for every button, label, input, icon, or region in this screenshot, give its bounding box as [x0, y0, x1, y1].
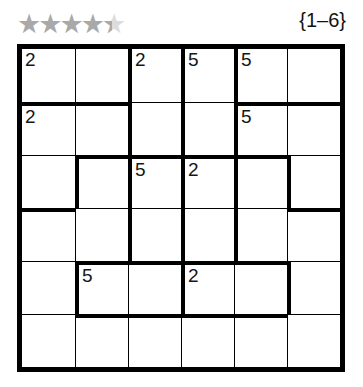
cage-clue: 2 — [188, 160, 199, 180]
cell-r5c0[interactable] — [22, 314, 75, 367]
cell-r4c2[interactable] — [128, 261, 181, 314]
cell-r1c2[interactable] — [128, 102, 181, 155]
cell-r4c0[interactable] — [22, 261, 75, 314]
cell-r3c2[interactable] — [128, 208, 181, 261]
half-star-fill: ★ — [102, 11, 113, 38]
cell-r1c0[interactable]: 2 — [22, 102, 75, 155]
cage-clue: 5 — [241, 50, 252, 70]
cell-r5c1[interactable] — [75, 314, 128, 367]
cell-r3c4[interactable] — [234, 208, 287, 261]
cell-r3c5[interactable] — [287, 208, 340, 261]
star-icon: ★ — [59, 11, 80, 38]
cell-r4c1[interactable]: 5 — [75, 261, 128, 314]
cell-r0c4[interactable]: 5 — [234, 49, 287, 102]
cell-r5c2[interactable] — [128, 314, 181, 367]
cell-r1c5[interactable] — [287, 102, 340, 155]
cell-r4c3[interactable]: 2 — [181, 261, 234, 314]
puzzle-header: ★★★★★★ {1–6} — [0, 0, 363, 44]
cell-r1c4[interactable]: 5 — [234, 102, 287, 155]
cell-r2c1[interactable] — [75, 155, 128, 208]
cell-r3c1[interactable] — [75, 208, 128, 261]
cell-r1c3[interactable] — [181, 102, 234, 155]
digit-range-label: {1–6} — [299, 9, 346, 31]
cell-r2c3[interactable]: 2 — [181, 155, 234, 208]
cell-r0c1[interactable] — [75, 49, 128, 102]
cell-r0c0[interactable]: 2 — [22, 49, 75, 102]
cell-r0c5[interactable] — [287, 49, 340, 102]
cell-r1c1[interactable] — [75, 102, 128, 155]
cell-r2c2[interactable]: 5 — [128, 155, 181, 208]
star-icon: ★ — [38, 11, 59, 38]
cell-r5c3[interactable] — [181, 314, 234, 367]
cage-clue: 5 — [82, 266, 93, 286]
cell-r5c4[interactable] — [234, 314, 287, 367]
cage-clue: 5 — [241, 107, 252, 127]
cage-clue: 5 — [188, 50, 199, 70]
star-icon: ★ — [17, 11, 38, 38]
cell-r3c3[interactable] — [181, 208, 234, 261]
cell-r0c3[interactable]: 5 — [181, 49, 234, 102]
cage-clue: 2 — [135, 50, 146, 70]
cell-r0c2[interactable]: 2 — [128, 49, 181, 102]
cell-r3c0[interactable] — [22, 208, 75, 261]
cell-r2c4[interactable] — [234, 155, 287, 208]
cell-r4c4[interactable] — [234, 261, 287, 314]
cell-r2c0[interactable] — [22, 155, 75, 208]
half-star-icon: ★★ — [102, 11, 123, 38]
difficulty-stars: ★★★★★★ — [17, 9, 123, 39]
cage-clue: 5 — [135, 160, 146, 180]
cage-clue: 2 — [188, 266, 199, 286]
cage-clue: 2 — [25, 107, 36, 127]
cell-r5c5[interactable] — [287, 314, 340, 367]
cage-clue: 2 — [25, 50, 36, 70]
cell-r4c5[interactable] — [287, 261, 340, 314]
cell-r2c5[interactable] — [287, 155, 340, 208]
star-icon: ★ — [81, 11, 102, 38]
tomtom-board: 2255255252 — [17, 44, 345, 372]
